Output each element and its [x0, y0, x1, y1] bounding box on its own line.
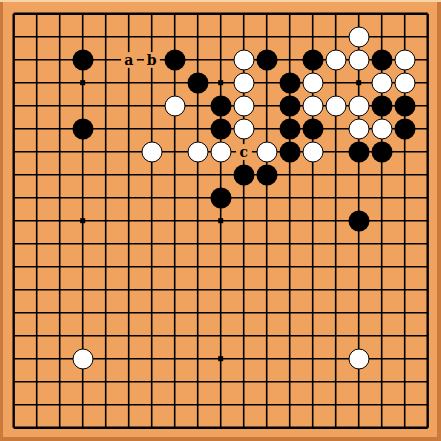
- black-stone[interactable]: [72, 118, 93, 139]
- star-point: [218, 218, 223, 223]
- star-point: [80, 218, 85, 223]
- black-stone[interactable]: [371, 95, 392, 116]
- white-stone[interactable]: [348, 348, 369, 369]
- white-stone[interactable]: [394, 72, 415, 93]
- star-point: [356, 80, 361, 85]
- white-stone[interactable]: [348, 118, 369, 139]
- go-diagram: abc: [0, 0, 441, 441]
- white-stone[interactable]: [233, 72, 254, 93]
- white-stone[interactable]: [348, 95, 369, 116]
- black-stone[interactable]: [72, 49, 93, 70]
- white-stone[interactable]: [187, 141, 208, 162]
- black-stone[interactable]: [394, 95, 415, 116]
- go-board[interactable]: abc: [0, 0, 441, 441]
- white-stone[interactable]: [233, 95, 254, 116]
- black-stone[interactable]: [210, 118, 231, 139]
- black-stone[interactable]: [256, 164, 277, 185]
- white-stone[interactable]: [371, 118, 392, 139]
- black-stone[interactable]: [302, 118, 323, 139]
- black-stone[interactable]: [348, 210, 369, 231]
- white-stone[interactable]: [348, 26, 369, 47]
- white-stone[interactable]: [164, 95, 185, 116]
- black-stone[interactable]: [210, 187, 231, 208]
- black-stone[interactable]: [371, 141, 392, 162]
- white-stone[interactable]: [325, 49, 346, 70]
- label-c[interactable]: c: [236, 144, 252, 160]
- white-stone[interactable]: [302, 95, 323, 116]
- white-stone[interactable]: [325, 95, 346, 116]
- white-stone[interactable]: [348, 49, 369, 70]
- white-stone[interactable]: [371, 72, 392, 93]
- white-stone[interactable]: [302, 141, 323, 162]
- star-point: [218, 356, 223, 361]
- black-stone[interactable]: [187, 72, 208, 93]
- black-stone[interactable]: [279, 95, 300, 116]
- white-stone[interactable]: [210, 141, 231, 162]
- white-stone[interactable]: [72, 348, 93, 369]
- white-stone[interactable]: [233, 118, 254, 139]
- black-stone[interactable]: [233, 164, 254, 185]
- black-stone[interactable]: [371, 49, 392, 70]
- label-a[interactable]: a: [121, 52, 137, 68]
- black-stone[interactable]: [279, 141, 300, 162]
- white-stone[interactable]: [233, 49, 254, 70]
- black-stone[interactable]: [302, 49, 323, 70]
- black-stone[interactable]: [210, 95, 231, 116]
- black-stone[interactable]: [279, 72, 300, 93]
- white-stone[interactable]: [394, 49, 415, 70]
- label-b[interactable]: b: [144, 52, 160, 68]
- white-stone[interactable]: [256, 141, 277, 162]
- black-stone[interactable]: [279, 118, 300, 139]
- black-stone[interactable]: [348, 141, 369, 162]
- black-stone[interactable]: [256, 49, 277, 70]
- white-stone[interactable]: [141, 141, 162, 162]
- black-stone[interactable]: [164, 49, 185, 70]
- star-point: [80, 80, 85, 85]
- black-stone[interactable]: [394, 118, 415, 139]
- white-stone[interactable]: [302, 72, 323, 93]
- star-point: [218, 80, 223, 85]
